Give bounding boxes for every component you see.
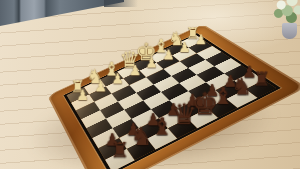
piece-black-bishop[interactable]: ♝: [150, 115, 174, 139]
piece-black-rook[interactable]: ♜: [108, 139, 132, 160]
piece-white-pawn[interactable]: ♟: [159, 49, 178, 63]
piece-black-knight[interactable]: ♞: [129, 125, 153, 149]
square-a8[interactable]: ♜: [105, 149, 134, 169]
piece-black-queen[interactable]: ♛: [171, 100, 194, 128]
scene: ♜♞♝♛♚♝♞♜♟♟♟♟♟♟♟♟♟♟♟♟♟♟♟♟♜♞♝♛♚♝♞♜: [0, 0, 300, 169]
piece-white-pawn[interactable]: ♟: [91, 80, 110, 94]
piece-white-pawn[interactable]: ♟: [191, 34, 209, 48]
flower-plant: [264, 0, 300, 44]
piece-white-pawn[interactable]: ♟: [125, 64, 144, 78]
cabinet-shadow: [104, 0, 138, 7]
piece-white-pawn[interactable]: ♟: [108, 72, 127, 86]
piece-white-pawn[interactable]: ♟: [142, 56, 161, 70]
plant-pot: [282, 23, 297, 39]
piece-white-pawn[interactable]: ♟: [73, 88, 92, 102]
